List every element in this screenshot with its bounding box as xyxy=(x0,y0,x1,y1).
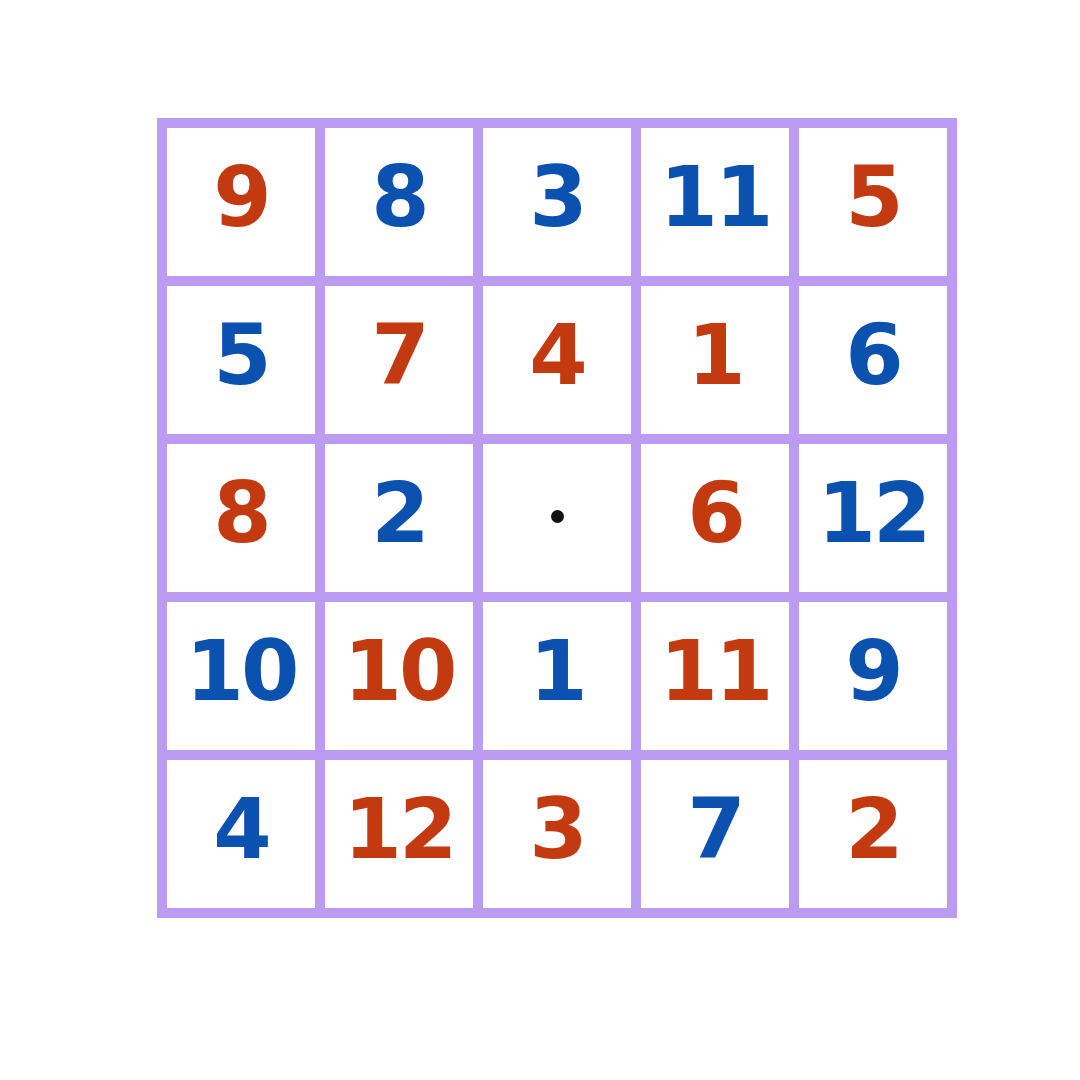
cell-r5c2[interactable]: 12 xyxy=(325,760,473,908)
number-red-5: 5 xyxy=(845,155,900,239)
cell-r5c5[interactable]: 2 xyxy=(799,760,947,908)
number-blue-5: 5 xyxy=(213,313,268,397)
number-red-3: 3 xyxy=(529,787,584,871)
number-blue-8: 8 xyxy=(371,155,426,239)
cell-r2c4[interactable]: 1 xyxy=(641,286,789,434)
cell-r2c5[interactable]: 6 xyxy=(799,286,947,434)
cell-r2c2[interactable]: 7 xyxy=(325,286,473,434)
number-blue-10: 10 xyxy=(186,629,297,713)
cell-r3c1[interactable]: 8 xyxy=(167,444,315,592)
cell-r4c2[interactable]: 10 xyxy=(325,602,473,750)
cell-r3c3 xyxy=(483,444,631,592)
cell-r4c1[interactable]: 10 xyxy=(167,602,315,750)
number-red-7: 7 xyxy=(371,313,426,397)
cell-r4c3[interactable]: 1 xyxy=(483,602,631,750)
number-red-4: 4 xyxy=(529,313,584,397)
cell-r1c2[interactable]: 8 xyxy=(325,128,473,276)
cell-r3c5[interactable]: 12 xyxy=(799,444,947,592)
cell-r1c1[interactable]: 9 xyxy=(167,128,315,276)
cell-r4c4[interactable]: 11 xyxy=(641,602,789,750)
number-red-10: 10 xyxy=(344,629,455,713)
number-blue-3: 3 xyxy=(529,155,584,239)
number-blue-4: 4 xyxy=(213,787,268,871)
number-red-8: 8 xyxy=(213,471,268,555)
cell-r2c3[interactable]: 4 xyxy=(483,286,631,434)
number-red-12: 12 xyxy=(344,787,455,871)
cell-r5c1[interactable]: 4 xyxy=(167,760,315,908)
number-blue-9: 9 xyxy=(845,629,900,713)
number-blue-12: 12 xyxy=(818,471,929,555)
number-blue-7: 7 xyxy=(687,787,742,871)
cell-r1c3[interactable]: 3 xyxy=(483,128,631,276)
cell-r1c5[interactable]: 5 xyxy=(799,128,947,276)
number-blue-1: 1 xyxy=(529,629,584,713)
cell-r3c2[interactable]: 2 xyxy=(325,444,473,592)
cell-r2c1[interactable]: 5 xyxy=(167,286,315,434)
number-red-9: 9 xyxy=(213,155,268,239)
number-red-2: 2 xyxy=(845,787,900,871)
cell-r1c4[interactable]: 11 xyxy=(641,128,789,276)
puzzle-board: 983115574168261210101119412372 xyxy=(157,118,957,918)
number-blue-11: 11 xyxy=(660,155,771,239)
number-blue-6: 6 xyxy=(845,313,900,397)
cell-r3c4[interactable]: 6 xyxy=(641,444,789,592)
number-blue-2: 2 xyxy=(371,471,426,555)
number-red-11: 11 xyxy=(660,629,771,713)
cell-r5c4[interactable]: 7 xyxy=(641,760,789,908)
number-red-1: 1 xyxy=(687,313,742,397)
cell-r4c5[interactable]: 9 xyxy=(799,602,947,750)
fixation-dot xyxy=(551,510,564,523)
cell-r5c3[interactable]: 3 xyxy=(483,760,631,908)
number-red-6: 6 xyxy=(687,471,742,555)
